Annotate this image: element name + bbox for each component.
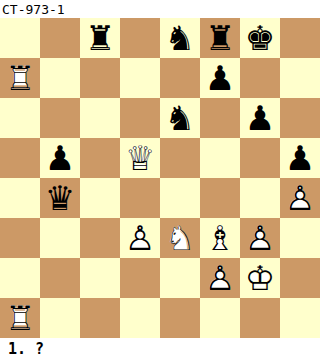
black-rook[interactable]: ♜ xyxy=(200,18,240,58)
square-f7[interactable]: ♟ xyxy=(200,58,240,98)
black-knight[interactable]: ♞ xyxy=(160,98,200,138)
piece-glyph: ♟ xyxy=(240,98,280,138)
square-e5[interactable] xyxy=(160,138,200,178)
white-king[interactable]: ♚♔ xyxy=(240,258,280,298)
piece-outline: ♖ xyxy=(0,58,40,98)
square-c6[interactable] xyxy=(80,98,120,138)
piece-outline: ♕ xyxy=(120,138,160,178)
square-g5[interactable] xyxy=(240,138,280,178)
square-e2[interactable] xyxy=(160,258,200,298)
square-a5[interactable] xyxy=(0,138,40,178)
black-rook[interactable]: ♜ xyxy=(80,18,120,58)
square-f2[interactable]: ♟♙ xyxy=(200,258,240,298)
white-pawn[interactable]: ♟♙ xyxy=(280,178,320,218)
piece-outline: ♘ xyxy=(160,218,200,258)
square-a6[interactable] xyxy=(0,98,40,138)
square-c3[interactable] xyxy=(80,218,120,258)
square-b4[interactable]: ♛ xyxy=(40,178,80,218)
white-pawn[interactable]: ♟♙ xyxy=(200,258,240,298)
square-c5[interactable] xyxy=(80,138,120,178)
square-e1[interactable] xyxy=(160,298,200,338)
square-h6[interactable] xyxy=(280,98,320,138)
square-g6[interactable]: ♟ xyxy=(240,98,280,138)
square-a2[interactable] xyxy=(0,258,40,298)
piece-outline: ♖ xyxy=(0,298,40,338)
square-f3[interactable]: ♝♗ xyxy=(200,218,240,258)
square-d3[interactable]: ♟♙ xyxy=(120,218,160,258)
square-a3[interactable] xyxy=(0,218,40,258)
square-h8[interactable] xyxy=(280,18,320,58)
square-d2[interactable] xyxy=(120,258,160,298)
square-d5[interactable]: ♛♕ xyxy=(120,138,160,178)
puzzle-title: CT-973-1 xyxy=(0,0,320,18)
piece-glyph: ♜ xyxy=(200,18,240,58)
square-e4[interactable] xyxy=(160,178,200,218)
square-g7[interactable] xyxy=(240,58,280,98)
square-e7[interactable] xyxy=(160,58,200,98)
chess-board: ♜♞♜♚♜♖♟♞♟♟♛♕♟♛♟♙♟♙♞♘♝♗♟♙♟♙♚♔♜♖ xyxy=(0,18,320,338)
square-b3[interactable] xyxy=(40,218,80,258)
square-h7[interactable] xyxy=(280,58,320,98)
square-h5[interactable]: ♟ xyxy=(280,138,320,178)
square-b8[interactable] xyxy=(40,18,80,58)
square-b5[interactable]: ♟ xyxy=(40,138,80,178)
black-pawn[interactable]: ♟ xyxy=(240,98,280,138)
black-pawn[interactable]: ♟ xyxy=(200,58,240,98)
black-pawn[interactable]: ♟ xyxy=(40,138,80,178)
square-h4[interactable]: ♟♙ xyxy=(280,178,320,218)
piece-glyph: ♟ xyxy=(40,138,80,178)
square-a1[interactable]: ♜♖ xyxy=(0,298,40,338)
chess-puzzle-window: CT-973-1 ♜♞♜♚♜♖♟♞♟♟♛♕♟♛♟♙♟♙♞♘♝♗♟♙♟♙♚♔♜♖ … xyxy=(0,0,320,360)
white-rook[interactable]: ♜♖ xyxy=(0,58,40,98)
piece-glyph: ♜ xyxy=(80,18,120,58)
square-c8[interactable]: ♜ xyxy=(80,18,120,58)
square-d8[interactable] xyxy=(120,18,160,58)
square-g4[interactable] xyxy=(240,178,280,218)
square-h1[interactable] xyxy=(280,298,320,338)
black-pawn[interactable]: ♟ xyxy=(280,138,320,178)
square-f8[interactable]: ♜ xyxy=(200,18,240,58)
square-e6[interactable]: ♞ xyxy=(160,98,200,138)
piece-outline: ♗ xyxy=(200,218,240,258)
square-b2[interactable] xyxy=(40,258,80,298)
white-pawn[interactable]: ♟♙ xyxy=(240,218,280,258)
white-queen[interactable]: ♛♕ xyxy=(120,138,160,178)
piece-outline: ♙ xyxy=(280,178,320,218)
square-a8[interactable] xyxy=(0,18,40,58)
square-e3[interactable]: ♞♘ xyxy=(160,218,200,258)
white-pawn[interactable]: ♟♙ xyxy=(120,218,160,258)
square-b6[interactable] xyxy=(40,98,80,138)
square-g2[interactable]: ♚♔ xyxy=(240,258,280,298)
square-g8[interactable]: ♚ xyxy=(240,18,280,58)
white-knight[interactable]: ♞♘ xyxy=(160,218,200,258)
square-f1[interactable] xyxy=(200,298,240,338)
square-b1[interactable] xyxy=(40,298,80,338)
piece-outline: ♙ xyxy=(200,258,240,298)
square-d7[interactable] xyxy=(120,58,160,98)
black-queen[interactable]: ♛ xyxy=(40,178,80,218)
square-h3[interactable] xyxy=(280,218,320,258)
square-d4[interactable] xyxy=(120,178,160,218)
square-c4[interactable] xyxy=(80,178,120,218)
square-c2[interactable] xyxy=(80,258,120,298)
piece-outline: ♙ xyxy=(120,218,160,258)
square-f5[interactable] xyxy=(200,138,240,178)
square-g3[interactable]: ♟♙ xyxy=(240,218,280,258)
piece-glyph: ♞ xyxy=(160,18,200,58)
piece-glyph: ♛ xyxy=(40,178,80,218)
square-f4[interactable] xyxy=(200,178,240,218)
square-a7[interactable]: ♜♖ xyxy=(0,58,40,98)
square-e8[interactable]: ♞ xyxy=(160,18,200,58)
piece-glyph: ♚ xyxy=(240,18,280,58)
black-king[interactable]: ♚ xyxy=(240,18,280,58)
square-g1[interactable] xyxy=(240,298,280,338)
white-rook[interactable]: ♜♖ xyxy=(0,298,40,338)
square-d1[interactable] xyxy=(120,298,160,338)
white-bishop[interactable]: ♝♗ xyxy=(200,218,240,258)
square-f6[interactable] xyxy=(200,98,240,138)
piece-glyph: ♞ xyxy=(160,98,200,138)
piece-outline: ♙ xyxy=(240,218,280,258)
move-prompt: 1. ? xyxy=(0,338,320,360)
square-c1[interactable] xyxy=(80,298,120,338)
piece-glyph: ♟ xyxy=(200,58,240,98)
square-d6[interactable] xyxy=(120,98,160,138)
piece-glyph: ♟ xyxy=(280,138,320,178)
piece-outline: ♔ xyxy=(240,258,280,298)
square-h2[interactable] xyxy=(280,258,320,298)
square-c7[interactable] xyxy=(80,58,120,98)
square-a4[interactable] xyxy=(0,178,40,218)
black-knight[interactable]: ♞ xyxy=(160,18,200,58)
square-b7[interactable] xyxy=(40,58,80,98)
